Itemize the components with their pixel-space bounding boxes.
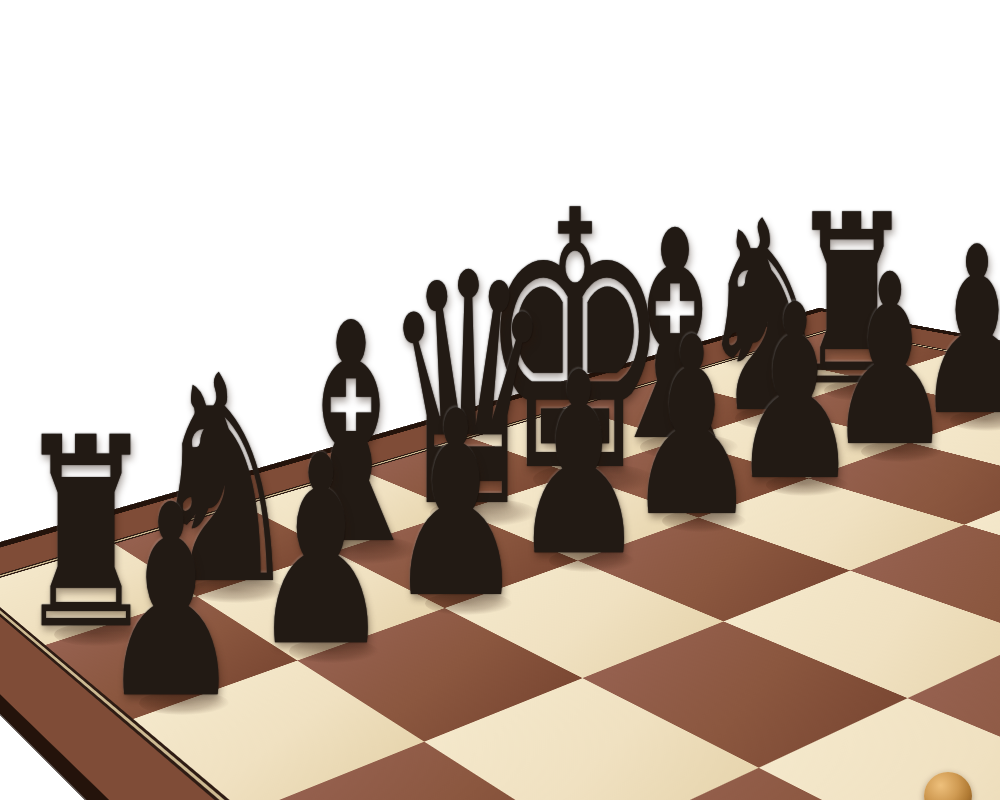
chess-photo-stage: ♜♞♝♛♚♝♞♜♟♟♟♟♟♟♟♟ xyxy=(0,0,1000,800)
piece-black-pawn-c7: ♟ xyxy=(387,378,525,634)
piece-black-pawn-b7: ♟ xyxy=(251,422,391,683)
piece-black-pawn-d7: ♟ xyxy=(512,340,647,591)
piece-black-pawn-a7: ♟ xyxy=(100,470,242,735)
